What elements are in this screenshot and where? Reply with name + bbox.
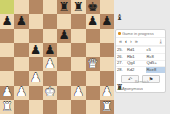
square-e8[interactable]: ♜: [57, 0, 71, 14]
move-navigation: « ‹ › » ⤓: [116, 37, 165, 46]
square-d8[interactable]: [43, 0, 57, 14]
square-e6[interactable]: ♟: [57, 29, 71, 43]
status-dot-icon: [118, 32, 121, 35]
square-b3[interactable]: [14, 71, 28, 85]
square-c1[interactable]: [29, 100, 43, 114]
nav-first-button[interactable]: «: [119, 39, 122, 45]
square-c7[interactable]: [29, 14, 43, 28]
square-a6[interactable]: [0, 29, 14, 43]
square-b8[interactable]: [14, 0, 28, 14]
move-row: 27.Qg4Qd5+: [116, 60, 165, 67]
nav-next-button[interactable]: ›: [130, 39, 132, 45]
piece-white-pawn[interactable]: ♟: [101, 86, 112, 99]
piece-white-pawn[interactable]: ♟: [73, 86, 84, 99]
export-icon[interactable]: ⤓: [160, 39, 162, 45]
piece-black-pawn[interactable]: ♟: [59, 29, 70, 42]
square-c2[interactable]: [29, 86, 43, 100]
square-h1[interactable]: ♜: [100, 100, 114, 114]
square-b2[interactable]: ♟: [14, 86, 28, 100]
side-panel: ♝ Game in progress « ‹ › » ⤓ 25.Rd1c526.…: [114, 0, 170, 114]
piece-black-pawn[interactable]: ♟: [101, 15, 112, 28]
square-e2[interactable]: [57, 86, 71, 100]
square-h5[interactable]: [100, 43, 114, 57]
square-h4[interactable]: [100, 57, 114, 71]
nav-last-button[interactable]: »: [135, 39, 138, 45]
square-d4[interactable]: ♟: [43, 57, 57, 71]
square-a8[interactable]: [0, 0, 14, 14]
square-f5[interactable]: [71, 43, 85, 57]
game-screen: ♜♜♚♟♟♟♟♟♟♟♟♛♟♟♟♚♟♟♜♜ ♝ Game in progress …: [0, 0, 170, 114]
square-g7[interactable]: ♟: [86, 14, 100, 28]
move-number: 26.: [116, 53, 126, 60]
piece-black-king[interactable]: ♚: [87, 0, 98, 13]
square-a7[interactable]: ♟: [0, 14, 14, 28]
square-g6[interactable]: [86, 29, 100, 43]
square-g4[interactable]: ♛: [86, 57, 100, 71]
square-f2[interactable]: ♟: [71, 86, 85, 100]
square-c4[interactable]: [29, 57, 43, 71]
move-number: 25.: [116, 47, 126, 54]
move-number: 27.: [116, 60, 126, 67]
square-e7[interactable]: [57, 14, 71, 28]
piece-black-pawn[interactable]: ♟: [87, 15, 98, 28]
move-row: 26.Rb1Rc8: [116, 53, 165, 60]
captured-count-text: 2: [124, 88, 126, 92]
game-status-row: Game in progress: [116, 30, 165, 37]
piece-white-pawn[interactable]: ♟: [2, 86, 13, 99]
square-h2[interactable]: ♟: [100, 86, 114, 100]
square-d3[interactable]: [43, 71, 57, 85]
move-black[interactable]: c5: [146, 47, 166, 54]
black-rook-icon: ♜: [116, 84, 123, 92]
piece-black-pawn[interactable]: ♟: [2, 15, 13, 28]
move-black[interactable]: Rc8: [146, 53, 166, 60]
square-c5[interactable]: ♟: [29, 43, 43, 57]
piece-white-pawn[interactable]: ♟: [16, 86, 27, 99]
square-a5[interactable]: [0, 43, 14, 57]
square-a4[interactable]: [0, 57, 14, 71]
square-g2[interactable]: [86, 86, 100, 100]
square-g8[interactable]: ♚: [86, 0, 100, 14]
piece-black-pawn[interactable]: ♟: [30, 43, 41, 56]
square-d5[interactable]: ♟: [43, 43, 57, 57]
square-h3[interactable]: [100, 71, 114, 85]
square-b7[interactable]: ♟: [14, 14, 28, 28]
piece-black-rook[interactable]: ♜: [73, 0, 84, 13]
player-top-row: ♝: [116, 14, 123, 22]
move-white[interactable]: Rb1: [126, 53, 146, 60]
square-g1[interactable]: [86, 100, 100, 114]
square-f7[interactable]: [71, 14, 85, 28]
piece-black-rook[interactable]: ♜: [59, 0, 70, 13]
black-bishop-icon: ♝: [116, 14, 123, 22]
square-g3[interactable]: [86, 71, 100, 85]
square-a2[interactable]: ♟: [0, 86, 14, 100]
piece-white-rook[interactable]: ♜: [2, 100, 13, 113]
game-status-text: Game in progress: [122, 31, 154, 36]
square-e3[interactable]: [57, 71, 71, 85]
square-f3[interactable]: [71, 71, 85, 85]
square-e1[interactable]: [57, 100, 71, 114]
square-h7[interactable]: ♟: [100, 14, 114, 28]
piece-black-pawn[interactable]: ♟: [16, 15, 27, 28]
square-b4[interactable]: [14, 57, 28, 71]
square-e5[interactable]: [57, 43, 71, 57]
square-f8[interactable]: ♜: [71, 0, 85, 14]
piece-white-pawn[interactable]: ♟: [44, 57, 55, 70]
move-list: 25.Rd1c526.Rb1Rc827.Qg4Qd5+28.Kd2Rce8: [116, 46, 165, 73]
move-white[interactable]: Rd1: [126, 47, 146, 54]
square-a1[interactable]: ♜: [0, 100, 14, 114]
piece-white-queen[interactable]: ♛: [87, 57, 98, 70]
square-f4[interactable]: [71, 57, 85, 71]
square-d2[interactable]: ♚: [43, 86, 57, 100]
move-white[interactable]: Qg4: [126, 60, 146, 67]
square-b1[interactable]: [14, 100, 28, 114]
piece-white-rook[interactable]: ♜: [101, 100, 112, 113]
square-h6[interactable]: [100, 29, 114, 43]
square-d7[interactable]: [43, 14, 57, 28]
square-d1[interactable]: [43, 100, 57, 114]
chess-board[interactable]: ♜♜♚♟♟♟♟♟♟♟♟♛♟♟♟♚♟♟♜♜: [0, 0, 114, 114]
piece-white-pawn[interactable]: ♟: [30, 72, 41, 85]
square-g5[interactable]: [86, 43, 100, 57]
player-bottom-row: ♜ 2: [116, 84, 126, 92]
square-b6[interactable]: [14, 29, 28, 43]
square-f6[interactable]: [71, 29, 85, 43]
piece-white-king[interactable]: ♚: [44, 86, 55, 99]
square-e4[interactable]: [57, 57, 71, 71]
square-c3[interactable]: ♟: [29, 71, 43, 85]
move-black[interactable]: Qd5+: [146, 60, 166, 67]
square-h8[interactable]: [100, 0, 114, 14]
move-row: 25.Rd1c5: [116, 47, 165, 54]
piece-black-pawn[interactable]: ♟: [44, 43, 55, 56]
square-c6[interactable]: [29, 29, 43, 43]
square-a3[interactable]: [0, 71, 14, 85]
nav-prev-button[interactable]: ‹: [125, 39, 127, 45]
square-c8[interactable]: [29, 0, 43, 14]
square-b5[interactable]: [14, 43, 28, 57]
square-d6[interactable]: [43, 29, 57, 43]
square-f1[interactable]: [71, 100, 85, 114]
